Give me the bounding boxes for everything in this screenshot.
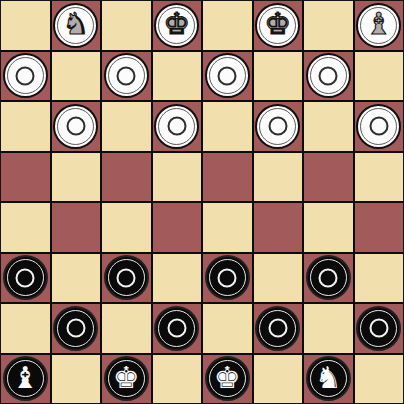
square-a4[interactable] — [1, 153, 50, 202]
square-f5[interactable] — [254, 203, 303, 252]
square-b4[interactable] — [52, 153, 101, 202]
square-e4[interactable] — [203, 153, 252, 202]
square-g8[interactable]: ♞ — [304, 355, 353, 404]
square-g2[interactable] — [304, 52, 353, 101]
square-b6[interactable] — [52, 254, 101, 303]
piece-black-man[interactable] — [356, 306, 401, 351]
square-c6[interactable] — [102, 254, 151, 303]
square-h3[interactable] — [355, 102, 404, 151]
piece-white-man[interactable] — [306, 53, 351, 98]
square-h4[interactable] — [355, 153, 404, 202]
square-h8[interactable] — [355, 355, 404, 404]
square-b7[interactable] — [52, 304, 101, 353]
square-e5[interactable] — [203, 203, 252, 252]
chess-king-icon: ♚ — [113, 363, 140, 393]
piece-white-man[interactable] — [104, 53, 149, 98]
square-h2[interactable] — [355, 52, 404, 101]
square-e6[interactable] — [203, 254, 252, 303]
piece-white-knight[interactable]: ♞ — [53, 3, 98, 48]
square-e2[interactable] — [203, 52, 252, 101]
checkers-board: ♞♚♚♝♝♚♚♞ — [0, 0, 404, 404]
square-h5[interactable] — [355, 203, 404, 252]
piece-black-man[interactable] — [154, 306, 199, 351]
piece-white-man[interactable] — [3, 53, 48, 98]
square-d7[interactable] — [153, 304, 202, 353]
piece-black-man[interactable] — [306, 255, 351, 300]
chess-knight-icon: ♞ — [62, 9, 89, 39]
chess-knight-icon: ♞ — [315, 363, 342, 393]
square-a7[interactable] — [1, 304, 50, 353]
square-d5[interactable] — [153, 203, 202, 252]
piece-black-king[interactable]: ♚ — [205, 356, 250, 401]
square-g4[interactable] — [304, 153, 353, 202]
piece-white-king[interactable]: ♚ — [255, 3, 300, 48]
square-f6[interactable] — [254, 254, 303, 303]
piece-black-man[interactable] — [255, 306, 300, 351]
square-a6[interactable] — [1, 254, 50, 303]
square-a5[interactable] — [1, 203, 50, 252]
piece-white-bishop[interactable]: ♝ — [356, 3, 401, 48]
square-g3[interactable] — [304, 102, 353, 151]
square-d8[interactable] — [153, 355, 202, 404]
piece-white-man[interactable] — [356, 104, 401, 149]
piece-black-knight[interactable]: ♞ — [306, 356, 351, 401]
square-b5[interactable] — [52, 203, 101, 252]
square-f1[interactable]: ♚ — [254, 1, 303, 50]
square-b1[interactable]: ♞ — [52, 1, 101, 50]
square-a3[interactable] — [1, 102, 50, 151]
square-c5[interactable] — [102, 203, 151, 252]
square-h6[interactable] — [355, 254, 404, 303]
chess-bishop-icon: ♝ — [365, 9, 392, 39]
square-c8[interactable]: ♚ — [102, 355, 151, 404]
chess-king-icon: ♚ — [163, 9, 190, 39]
square-d4[interactable] — [153, 153, 202, 202]
square-f4[interactable] — [254, 153, 303, 202]
square-d6[interactable] — [153, 254, 202, 303]
square-b8[interactable] — [52, 355, 101, 404]
piece-black-man[interactable] — [3, 255, 48, 300]
square-b3[interactable] — [52, 102, 101, 151]
square-d3[interactable] — [153, 102, 202, 151]
chess-bishop-icon: ♝ — [12, 363, 39, 393]
piece-black-bishop[interactable]: ♝ — [3, 356, 48, 401]
square-d1[interactable]: ♚ — [153, 1, 202, 50]
chess-king-icon: ♚ — [214, 363, 241, 393]
square-h7[interactable] — [355, 304, 404, 353]
square-c3[interactable] — [102, 102, 151, 151]
square-d2[interactable] — [153, 52, 202, 101]
piece-white-king[interactable]: ♚ — [154, 3, 199, 48]
square-e3[interactable] — [203, 102, 252, 151]
piece-black-king[interactable]: ♚ — [104, 356, 149, 401]
square-f8[interactable] — [254, 355, 303, 404]
square-e1[interactable] — [203, 1, 252, 50]
square-a1[interactable] — [1, 1, 50, 50]
piece-white-man[interactable] — [154, 104, 199, 149]
square-f3[interactable] — [254, 102, 303, 151]
square-b2[interactable] — [52, 52, 101, 101]
square-c7[interactable] — [102, 304, 151, 353]
square-a2[interactable] — [1, 52, 50, 101]
square-e7[interactable] — [203, 304, 252, 353]
piece-white-man[interactable] — [53, 104, 98, 149]
square-h1[interactable]: ♝ — [355, 1, 404, 50]
chess-king-icon: ♚ — [264, 9, 291, 39]
square-c4[interactable] — [102, 153, 151, 202]
piece-white-man[interactable] — [205, 53, 250, 98]
piece-black-man[interactable] — [205, 255, 250, 300]
piece-black-man[interactable] — [53, 306, 98, 351]
piece-white-man[interactable] — [255, 104, 300, 149]
piece-black-man[interactable] — [104, 255, 149, 300]
square-g7[interactable] — [304, 304, 353, 353]
square-f2[interactable] — [254, 52, 303, 101]
square-e8[interactable]: ♚ — [203, 355, 252, 404]
square-c2[interactable] — [102, 52, 151, 101]
square-g6[interactable] — [304, 254, 353, 303]
square-a8[interactable]: ♝ — [1, 355, 50, 404]
square-c1[interactable] — [102, 1, 151, 50]
square-g1[interactable] — [304, 1, 353, 50]
square-g5[interactable] — [304, 203, 353, 252]
square-f7[interactable] — [254, 304, 303, 353]
